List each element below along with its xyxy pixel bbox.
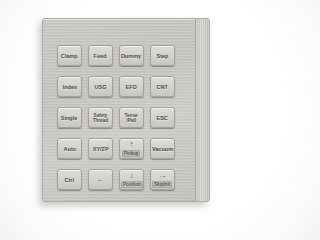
- key-index[interactable]: Index: [57, 76, 82, 97]
- key-label: Vacuum: [152, 146, 173, 152]
- key-label: Index: [62, 84, 76, 90]
- key-grid: ClampFeedDummyStepIndexUSGEFOCNTSingleSa…: [57, 45, 175, 190]
- key-cnt[interactable]: CNT: [150, 76, 175, 97]
- down-arrow-icon: ↓: [130, 172, 134, 180]
- key-usg[interactable]: USG: [88, 76, 113, 97]
- key-label: Auto: [63, 146, 76, 152]
- key-safety-thread[interactable]: SafetyThread: [88, 107, 113, 128]
- key-dummy[interactable]: Dummy: [119, 45, 144, 66]
- plate-right-bevel-edge: [195, 19, 209, 201]
- right-arrow-icon: →: [159, 172, 167, 180]
- key-auto[interactable]: Auto: [57, 138, 82, 159]
- key-ctrl[interactable]: Ctrl: [57, 169, 82, 190]
- key-vacuum[interactable]: Vacuum: [150, 138, 175, 159]
- product-photo: ClampFeedDummyStepIndexUSGEFOCNTSingleSa…: [0, 0, 240, 240]
- key-label: Feed: [94, 53, 107, 59]
- keypad-plate: ClampFeedDummyStepIndexUSGEFOCNTSingleSa…: [42, 18, 210, 202]
- key-xy-zp[interactable]: XY/ZP: [88, 138, 113, 159]
- key-feed[interactable]: Feed: [88, 45, 113, 66]
- key-label: CNT: [157, 84, 168, 90]
- key-sub-label: SkipInit: [153, 181, 173, 187]
- key-label: Ctrl: [65, 177, 75, 183]
- key-esc[interactable]: ESC: [150, 107, 175, 128]
- key-label: Dummy: [121, 53, 141, 59]
- key-clamp[interactable]: Clamp: [57, 45, 82, 66]
- key-single[interactable]: Single: [57, 107, 82, 128]
- key-label: XY/ZP: [93, 146, 109, 152]
- left-arrow-icon: ←: [97, 176, 105, 184]
- key-sub-label: Position: [121, 181, 142, 187]
- key-down-position[interactable]: ↓Position: [119, 169, 144, 190]
- key-label: Clamp: [61, 53, 78, 59]
- key-step[interactable]: Step: [150, 45, 175, 66]
- key-tense-pull[interactable]: Tense/Pull: [119, 107, 144, 128]
- key-right-skipinit[interactable]: →SkipInit: [150, 169, 175, 190]
- key-label: Single: [61, 115, 78, 121]
- key-sub-label: Pickup: [122, 150, 140, 156]
- key-label-line2: Thread: [93, 118, 108, 123]
- key-left[interactable]: ←: [88, 169, 113, 190]
- key-label: EFO: [126, 84, 137, 90]
- key-label: Step: [157, 53, 169, 59]
- up-arrow-icon: ↑: [130, 141, 134, 149]
- key-label-line2: /Pull: [127, 118, 137, 123]
- key-efo[interactable]: EFO: [119, 76, 144, 97]
- key-label: USG: [95, 84, 107, 90]
- key-label: ESC: [157, 115, 168, 121]
- key-up-pickup[interactable]: ↑Pickup: [119, 138, 144, 159]
